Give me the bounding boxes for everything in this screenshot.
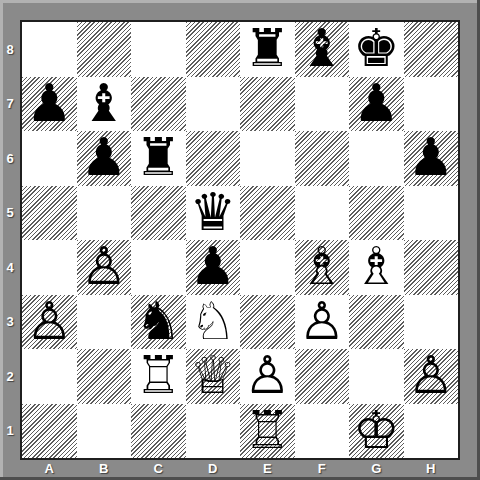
rank-label-5: 5	[0, 186, 20, 241]
rank-label-4: 4	[0, 240, 20, 295]
square-d4[interactable]: ♟	[186, 240, 241, 295]
piece-black-pawn: ♟	[407, 131, 454, 183]
square-b6[interactable]: ♟	[77, 131, 132, 186]
square-a2[interactable]	[22, 349, 77, 404]
square-h2[interactable]: ♙	[404, 349, 459, 404]
rank-label-3: 3	[0, 295, 20, 350]
square-g8[interactable]: ♚	[349, 22, 404, 77]
square-b8[interactable]	[77, 22, 132, 77]
rank-labels: 87654321	[0, 22, 20, 458]
square-h8[interactable]	[404, 22, 459, 77]
diagram-frame: 87654321 ♜♝♚♟♝♟♟♜♟♛♙♟♗♗♙♞♘♙♖♕♙♙♖♔ ABCDEF…	[0, 0, 480, 480]
square-d7[interactable]	[186, 77, 241, 132]
piece-black-queen: ♛	[189, 186, 236, 238]
square-a4[interactable]	[22, 240, 77, 295]
file-label-f: F	[295, 458, 350, 478]
piece-white-rook: ♖	[135, 349, 182, 401]
square-a8[interactable]	[22, 22, 77, 77]
piece-white-bishop: ♗	[353, 240, 400, 292]
square-c8[interactable]	[131, 22, 186, 77]
piece-black-pawn: ♟	[353, 77, 400, 129]
bevel-top	[0, 0, 480, 3]
piece-white-king: ♔	[353, 404, 400, 456]
square-g4[interactable]: ♗	[349, 240, 404, 295]
piece-black-knight: ♞	[135, 295, 182, 347]
square-f1[interactable]	[295, 404, 350, 459]
piece-white-queen: ♕	[189, 349, 236, 401]
square-h6[interactable]: ♟	[404, 131, 459, 186]
square-g2[interactable]	[349, 349, 404, 404]
square-d1[interactable]	[186, 404, 241, 459]
file-label-h: H	[404, 458, 459, 478]
file-label-d: D	[186, 458, 241, 478]
square-e5[interactable]	[240, 186, 295, 241]
piece-black-rook: ♜	[244, 22, 291, 74]
square-b4[interactable]: ♙	[77, 240, 132, 295]
square-e4[interactable]	[240, 240, 295, 295]
square-a7[interactable]: ♟	[22, 77, 77, 132]
square-d3[interactable]: ♘	[186, 295, 241, 350]
file-label-c: C	[131, 458, 186, 478]
square-c2[interactable]: ♖	[131, 349, 186, 404]
piece-white-pawn: ♙	[244, 349, 291, 401]
piece-white-pawn: ♙	[298, 295, 345, 347]
file-label-b: B	[77, 458, 132, 478]
rank-label-1: 1	[0, 404, 20, 459]
square-f4[interactable]: ♗	[295, 240, 350, 295]
rank-label-8: 8	[0, 22, 20, 77]
square-d5[interactable]: ♛	[186, 186, 241, 241]
square-a1[interactable]	[22, 404, 77, 459]
square-b3[interactable]	[77, 295, 132, 350]
square-a6[interactable]	[22, 131, 77, 186]
square-d2[interactable]: ♕	[186, 349, 241, 404]
square-f3[interactable]: ♙	[295, 295, 350, 350]
piece-white-knight: ♘	[189, 295, 236, 347]
square-f7[interactable]	[295, 77, 350, 132]
square-f5[interactable]	[295, 186, 350, 241]
square-f6[interactable]	[295, 131, 350, 186]
piece-white-bishop: ♗	[298, 240, 345, 292]
square-c1[interactable]	[131, 404, 186, 459]
square-c3[interactable]: ♞	[131, 295, 186, 350]
piece-white-pawn: ♙	[80, 240, 127, 292]
square-a3[interactable]: ♙	[22, 295, 77, 350]
piece-black-bishop: ♝	[298, 22, 345, 74]
square-c4[interactable]	[131, 240, 186, 295]
square-b5[interactable]	[77, 186, 132, 241]
square-f8[interactable]: ♝	[295, 22, 350, 77]
square-b7[interactable]: ♝	[77, 77, 132, 132]
file-label-a: A	[22, 458, 77, 478]
piece-black-rook: ♜	[135, 131, 182, 183]
square-a5[interactable]	[22, 186, 77, 241]
square-d8[interactable]	[186, 22, 241, 77]
square-e6[interactable]	[240, 131, 295, 186]
square-c6[interactable]: ♜	[131, 131, 186, 186]
piece-black-pawn: ♟	[80, 131, 127, 183]
file-label-g: G	[349, 458, 404, 478]
square-g1[interactable]: ♔	[349, 404, 404, 459]
rank-label-2: 2	[0, 349, 20, 404]
square-f2[interactable]	[295, 349, 350, 404]
square-d6[interactable]	[186, 131, 241, 186]
piece-white-pawn: ♙	[26, 295, 73, 347]
square-c7[interactable]	[131, 77, 186, 132]
square-h7[interactable]	[404, 77, 459, 132]
square-b1[interactable]	[77, 404, 132, 459]
square-b2[interactable]	[77, 349, 132, 404]
chess-board: ♜♝♚♟♝♟♟♜♟♛♙♟♗♗♙♞♘♙♖♕♙♙♖♔	[20, 20, 460, 460]
square-g6[interactable]	[349, 131, 404, 186]
square-e7[interactable]	[240, 77, 295, 132]
square-e8[interactable]: ♜	[240, 22, 295, 77]
piece-black-king: ♚	[353, 22, 400, 74]
square-g3[interactable]	[349, 295, 404, 350]
square-e2[interactable]: ♙	[240, 349, 295, 404]
square-h5[interactable]	[404, 186, 459, 241]
square-h3[interactable]	[404, 295, 459, 350]
file-labels: ABCDEFGH	[22, 458, 458, 478]
square-h4[interactable]	[404, 240, 459, 295]
square-e1[interactable]: ♖	[240, 404, 295, 459]
file-label-e: E	[240, 458, 295, 478]
piece-black-pawn: ♟	[189, 240, 236, 292]
square-c5[interactable]	[131, 186, 186, 241]
rank-label-6: 6	[0, 131, 20, 186]
piece-white-rook: ♖	[244, 404, 291, 456]
square-g7[interactable]: ♟	[349, 77, 404, 132]
piece-white-pawn: ♙	[407, 349, 454, 401]
square-e3[interactable]	[240, 295, 295, 350]
piece-black-bishop: ♝	[80, 77, 127, 129]
piece-black-pawn: ♟	[26, 77, 73, 129]
rank-label-7: 7	[0, 77, 20, 132]
square-g5[interactable]	[349, 186, 404, 241]
square-h1[interactable]	[404, 404, 459, 459]
